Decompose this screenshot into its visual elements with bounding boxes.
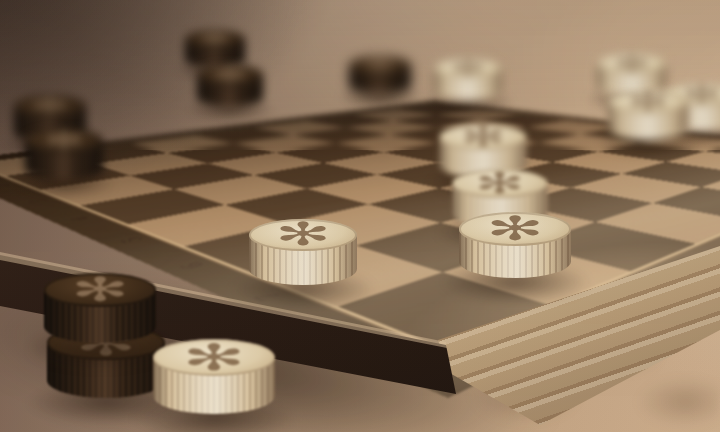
board-edge-highlight — [0, 0, 720, 432]
piece-shadow — [1, 131, 98, 160]
pieces-layer: ✻✻✻✻✻✻✻✻✻✻✻✻✻✻✻✻ — [0, 0, 720, 432]
square-g2 — [92, 153, 208, 176]
piece-shadow — [26, 379, 185, 426]
square-c3 — [389, 127, 485, 143]
board-cast-shadow — [0, 249, 558, 432]
square-f5 — [307, 175, 439, 205]
square-d1 — [254, 121, 345, 135]
checker-side — [439, 137, 527, 178]
square-g3 — [130, 163, 254, 189]
square-a2 — [436, 109, 518, 120]
checker-top: ✻ — [608, 90, 688, 114]
white-checker-g6: ✻ — [439, 124, 527, 178]
square-e5 — [377, 163, 500, 189]
dark-checker-g2: ✻ — [349, 56, 411, 95]
piece-shadow — [439, 260, 590, 305]
board-dark-edge — [0, 0, 720, 432]
checker-top: ✻ — [25, 129, 103, 152]
checker-side — [608, 102, 688, 140]
piece-shadow — [24, 325, 175, 370]
piece-shadow — [185, 96, 274, 122]
checker-top: ✻ — [47, 325, 165, 360]
square-d6 — [500, 162, 622, 187]
dark-checker-captured: ✻ — [44, 273, 156, 343]
square-h6 — [185, 223, 356, 273]
square-g8 — [443, 245, 631, 306]
piece-shadow — [585, 85, 680, 113]
square-e6 — [439, 174, 570, 203]
rank-label-2: 2 — [0, 176, 56, 197]
rosette-carving-icon: ✻ — [627, 90, 669, 114]
white-checker-e4: ✻ — [608, 90, 688, 140]
square-e3 — [276, 143, 384, 163]
piece-shadow — [651, 118, 720, 148]
rank-label-7: 7 — [185, 273, 344, 325]
piece-shadow — [132, 394, 297, 432]
square-d7 — [571, 174, 702, 203]
square-g6 — [285, 204, 441, 245]
checker-side — [459, 229, 571, 278]
rank-label-8: 8 — [272, 306, 445, 373]
rosette-carving-icon: ✻ — [614, 53, 650, 74]
checker-top: ✻ — [452, 169, 548, 198]
checker-side — [664, 95, 720, 130]
file-label-f: F — [631, 244, 720, 285]
piece-shadow — [424, 164, 543, 199]
square-h8 — [338, 272, 549, 349]
square-b5 — [538, 134, 639, 151]
checker-side — [349, 66, 411, 95]
tablecloth-pattern — [288, 312, 720, 432]
square-a6 — [639, 134, 720, 151]
square-a5 — [580, 127, 675, 142]
checker-top: ✻ — [439, 124, 527, 150]
checker-side — [25, 140, 103, 180]
checker-top: ✻ — [197, 65, 263, 85]
dark-checker-captured: ✻ — [47, 325, 165, 398]
square-e1 — [196, 128, 293, 144]
checker-top: ✻ — [153, 339, 275, 376]
file-label-e: E — [696, 221, 720, 254]
rosette-carving-icon: ✻ — [682, 83, 720, 106]
rosette-carving-icon: ✻ — [450, 58, 485, 78]
square-c5 — [491, 143, 598, 163]
piece-shadow — [435, 213, 565, 251]
piece-shadow — [594, 127, 702, 159]
square-e4 — [323, 152, 438, 174]
checker-top: ✻ — [597, 53, 667, 74]
square-h5 — [128, 205, 285, 246]
square-f2 — [167, 144, 275, 164]
square-b1 — [354, 109, 436, 120]
piece-shadow — [422, 89, 514, 116]
rank-label-3: 3 — [0, 190, 96, 214]
square-h1 — [0, 153, 92, 176]
square-c8 — [701, 173, 720, 202]
photo-scene: HGFEDCBA 12345678 ✻✻✻✻✻✻✻✻✻✻✻✻✻✻✻✻ — [0, 0, 720, 432]
file-labels: HGFEDCBA — [446, 161, 720, 371]
board-grid — [0, 104, 720, 349]
square-c1 — [306, 115, 393, 128]
sepia-grade — [0, 0, 720, 432]
square-h7 — [253, 246, 442, 307]
dark-checker-h5: ✻ — [25, 129, 103, 180]
square-f8 — [527, 222, 696, 271]
checker-top: ✻ — [44, 273, 156, 307]
checker-side — [597, 64, 667, 97]
piece-shadow — [175, 58, 256, 82]
square-h2 — [6, 164, 130, 190]
square-e8 — [595, 203, 720, 244]
square-c4 — [437, 135, 538, 152]
checker-side — [47, 342, 165, 398]
vignette — [0, 0, 720, 432]
checker-side — [434, 68, 502, 100]
dark-checker-h4: ✻ — [14, 95, 86, 143]
file-label-g: G — [550, 271, 684, 322]
white-checker-e2: ✻ — [597, 53, 667, 96]
square-h4 — [81, 189, 225, 224]
square-h3 — [40, 176, 174, 206]
rosette-carving-icon: ✻ — [364, 56, 396, 74]
checker-top: ✻ — [459, 212, 571, 246]
rosette-carving-icon: ✻ — [460, 124, 506, 150]
square-a4 — [527, 120, 617, 134]
square-g7 — [356, 223, 526, 273]
checker-top: ✻ — [349, 56, 411, 75]
piece-shadow — [230, 268, 376, 311]
square-e7 — [511, 188, 653, 222]
square-a3 — [479, 115, 565, 128]
square-d5 — [438, 152, 552, 174]
square-g5 — [225, 189, 368, 224]
white-checker-g8: ✻ — [459, 212, 571, 278]
board-lighting — [0, 100, 720, 398]
checker-side — [185, 39, 245, 68]
square-c6 — [552, 152, 666, 174]
checker-side — [197, 75, 263, 107]
white-checker-f2: ✻ — [434, 58, 502, 100]
checker-side — [14, 106, 86, 143]
white-checker-captured: ✻ — [153, 339, 275, 414]
square-d2 — [293, 128, 389, 144]
file-label-h: H — [446, 305, 605, 371]
rank-label-6: 6 — [116, 246, 263, 288]
square-b6 — [598, 142, 705, 161]
square-f6 — [368, 188, 511, 223]
depth-blur-haze — [0, 0, 720, 150]
rosette-carving-icon: ✻ — [199, 30, 230, 48]
rosette-carving-icon: ✻ — [275, 219, 331, 251]
piece-shadow — [11, 168, 116, 199]
rank-label-4: 4 — [15, 205, 143, 234]
square-c2 — [345, 121, 436, 135]
rank-labels: 12345678 — [0, 164, 446, 372]
square-g4 — [174, 175, 307, 205]
checker-side — [44, 290, 156, 343]
checker-top: ✻ — [249, 219, 357, 251]
square-d8 — [653, 187, 720, 221]
rosette-carving-icon: ✻ — [486, 213, 544, 246]
rosette-carving-icon: ✻ — [31, 95, 68, 116]
square-a7 — [705, 142, 720, 161]
checker-side — [452, 184, 548, 228]
rosette-carving-icon: ✻ — [75, 325, 136, 360]
checker-top: ✻ — [185, 30, 245, 48]
board-frame: HGFEDCBA 12345678 — [0, 100, 720, 398]
square-b2 — [393, 115, 479, 128]
square-f3 — [208, 153, 323, 175]
rosette-carving-icon: ✻ — [71, 274, 129, 307]
square-b4 — [485, 127, 580, 143]
white-checker-g7: ✻ — [452, 169, 548, 228]
checker-side — [153, 358, 275, 414]
white-checker-h7: ✻ — [249, 219, 357, 285]
square-f1 — [131, 135, 233, 153]
square-d3 — [336, 135, 438, 152]
square-f4 — [254, 163, 377, 189]
square-d4 — [384, 143, 492, 163]
square-c7 — [622, 162, 720, 187]
rosette-carving-icon: ✻ — [44, 129, 85, 152]
square-b3 — [436, 121, 527, 135]
white-checker-d4: ✻ — [664, 83, 720, 130]
rank-label-5: 5 — [61, 224, 198, 258]
checker-top: ✻ — [14, 95, 86, 117]
checker-top: ✻ — [434, 58, 502, 78]
rank-label-1: 1 — [0, 164, 22, 182]
board-plywood-edge — [0, 0, 720, 432]
rosette-carving-icon: ✻ — [475, 169, 525, 198]
square-f7 — [441, 204, 596, 245]
table-surface — [0, 0, 720, 432]
square-b7 — [666, 151, 720, 173]
square-a1 — [396, 104, 475, 114]
square-g1 — [58, 144, 167, 164]
piece-shadow — [338, 85, 422, 110]
checker-top: ✻ — [664, 83, 720, 106]
rosette-carving-icon: ✻ — [182, 340, 245, 376]
rosette-carving-icon: ✻ — [213, 65, 247, 85]
dark-checker-g1: ✻ — [185, 30, 245, 68]
square-e2 — [234, 135, 336, 153]
dark-checker-h2: ✻ — [197, 65, 263, 107]
checker-side — [249, 235, 357, 285]
